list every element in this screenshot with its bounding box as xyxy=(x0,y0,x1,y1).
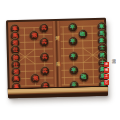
seller-watermark: 龙博工艺 龙博工艺 xyxy=(103,55,120,86)
xiangqi-piece-green[interactable]: 卒 xyxy=(68,22,77,31)
watermark-seal-square: 博 xyxy=(104,68,109,73)
product-photo: 楚河 漢界 車馬相仕帥仕相馬車炮炮兵兵兵兵兵卒卒卒卒卒砲砲車馬象士將士象馬車 龙… xyxy=(0,0,120,120)
board-fold-hinge: 楚河 漢界 xyxy=(52,21,62,87)
watermark-seal-square: 龙 xyxy=(104,62,109,67)
watermark-seal-square: 工 xyxy=(104,74,109,79)
watermark-seal-column: 龙博工艺 xyxy=(104,62,109,85)
watermark-side-text: 龙博工艺 xyxy=(111,55,116,86)
watermark-seal-square: 艺 xyxy=(104,80,109,85)
xiangqi-piece-green[interactable]: 卒 xyxy=(69,51,78,60)
xiangqi-piece-green[interactable]: 砲 xyxy=(78,29,87,38)
xiangqi-piece-red[interactable]: 兵 xyxy=(40,52,49,61)
board-surface: 楚河 漢界 車馬相仕帥仕相馬車炮炮兵兵兵兵兵卒卒卒卒卒砲砲車馬象士將士象馬車 xyxy=(8,20,106,88)
xiangqi-piece-red[interactable]: 兵 xyxy=(39,23,48,32)
xiangqi-board: 楚河 漢界 車馬相仕帥仕相馬車炮炮兵兵兵兵兵卒卒卒卒卒砲砲車馬象士將士象馬車 xyxy=(6,18,108,99)
